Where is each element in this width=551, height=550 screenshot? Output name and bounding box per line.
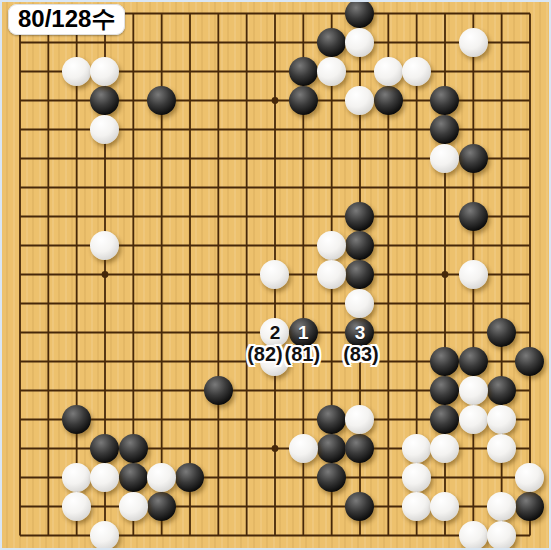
white-stone[interactable] xyxy=(402,434,431,463)
white-stone[interactable] xyxy=(62,492,91,521)
black-stone[interactable] xyxy=(289,57,318,86)
white-stone[interactable] xyxy=(402,492,431,521)
white-stone[interactable] xyxy=(119,492,148,521)
white-stone[interactable] xyxy=(317,231,346,260)
white-stone[interactable] xyxy=(459,521,488,550)
black-stone[interactable] xyxy=(119,463,148,492)
black-stone[interactable] xyxy=(317,463,346,492)
star-point xyxy=(102,271,109,278)
white-stone[interactable] xyxy=(402,57,431,86)
black-stone[interactable] xyxy=(374,86,403,115)
white-stone[interactable] xyxy=(289,434,318,463)
black-stone[interactable] xyxy=(289,86,318,115)
white-stone[interactable] xyxy=(317,57,346,86)
white-stone[interactable] xyxy=(487,405,516,434)
black-stone[interactable] xyxy=(459,144,488,173)
move-counter-badge: 80/128수 xyxy=(8,4,125,35)
black-stone[interactable] xyxy=(147,492,176,521)
black-stone[interactable] xyxy=(289,318,318,347)
white-stone[interactable] xyxy=(459,28,488,57)
white-stone[interactable] xyxy=(487,521,516,550)
black-stone[interactable] xyxy=(204,376,233,405)
black-stone[interactable] xyxy=(459,202,488,231)
black-stone[interactable] xyxy=(487,318,516,347)
white-stone[interactable] xyxy=(487,434,516,463)
black-stone[interactable] xyxy=(317,405,346,434)
black-stone[interactable] xyxy=(459,347,488,376)
black-stone[interactable] xyxy=(62,405,91,434)
star-point xyxy=(442,271,449,278)
move-counter-text: 80/128수 xyxy=(18,6,115,32)
white-stone[interactable] xyxy=(374,57,403,86)
white-stone[interactable] xyxy=(147,463,176,492)
white-stone[interactable] xyxy=(459,260,488,289)
white-stone[interactable] xyxy=(317,260,346,289)
black-stone[interactable] xyxy=(147,86,176,115)
white-stone[interactable] xyxy=(402,463,431,492)
black-stone[interactable] xyxy=(317,434,346,463)
star-point xyxy=(272,97,279,104)
white-stone[interactable] xyxy=(459,376,488,405)
white-stone[interactable] xyxy=(62,57,91,86)
black-stone[interactable] xyxy=(317,28,346,57)
white-stone[interactable] xyxy=(62,463,91,492)
black-stone[interactable] xyxy=(119,434,148,463)
white-stone[interactable] xyxy=(459,405,488,434)
white-stone[interactable] xyxy=(487,492,516,521)
star-point xyxy=(272,445,279,452)
go-board[interactable]: 80/128수 1(81)2(82)3(83) xyxy=(0,0,551,550)
black-stone[interactable] xyxy=(487,376,516,405)
